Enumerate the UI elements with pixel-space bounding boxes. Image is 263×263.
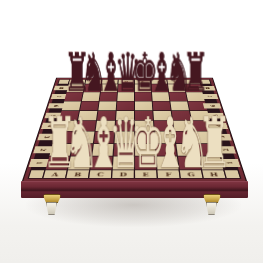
square-a1: ♜	[46, 156, 70, 169]
square-a5	[59, 111, 79, 121]
piece-white-queen-d1: ♛	[109, 115, 138, 172]
square-d3	[115, 132, 134, 143]
rank-label-right-5: 5	[205, 112, 225, 118]
square-b7	[82, 92, 100, 100]
clasp-left	[43, 194, 61, 218]
clasp-right-gold-plate-icon	[203, 194, 221, 203]
rank-label-right-2: 2	[214, 146, 236, 153]
square-d8: ♛	[118, 84, 134, 92]
piece-dark-rook-a8: ♜	[64, 51, 87, 95]
piece-white-bishop-c1: ♝	[87, 115, 116, 172]
square-g7	[169, 92, 187, 100]
frame-corner	[225, 170, 240, 178]
rank-label-left-1: 1	[28, 159, 51, 167]
square-g8: ♞	[168, 84, 185, 92]
square-d1: ♛	[113, 156, 134, 169]
square-e6	[135, 101, 152, 110]
square-c6	[98, 101, 116, 110]
piece-dark-bishop-c8: ♝	[98, 51, 121, 95]
file-label-near-g: G	[180, 170, 203, 178]
square-a8: ♜	[67, 84, 85, 92]
square-f4	[154, 121, 173, 131]
square-a7	[64, 92, 82, 100]
square-a3	[53, 132, 75, 143]
square-f2	[156, 143, 177, 155]
square-b8: ♞	[84, 84, 101, 92]
square-e7	[135, 92, 152, 100]
square-c1: ♝	[90, 156, 112, 169]
square-d5	[116, 111, 134, 121]
square-a4	[56, 121, 77, 131]
square-b1: ♞	[68, 156, 91, 169]
square-c7	[100, 92, 117, 100]
square-c2	[92, 143, 113, 155]
file-label-near-b: B	[66, 170, 89, 178]
file-label-far-d: D	[118, 80, 134, 84]
square-f1: ♝	[156, 156, 178, 169]
file-label-near-c: C	[89, 170, 111, 178]
square-d4	[115, 121, 134, 131]
file-label-far-h: H	[184, 80, 200, 84]
board-frame: ABCDEFGH8♜♞♝♛♚♝♞♜87766554433221♜♞♝♛♚♝♞♜1…	[22, 78, 248, 182]
square-e2	[135, 143, 155, 155]
square-b4	[76, 121, 96, 131]
file-label-far-a: A	[69, 80, 85, 84]
clasp-right	[203, 194, 221, 218]
file-label-near-e: E	[135, 170, 157, 178]
square-f3	[155, 132, 175, 143]
file-label-near-f: F	[157, 170, 179, 178]
square-f5	[153, 111, 172, 121]
square-d7	[117, 92, 134, 100]
square-e4	[135, 121, 154, 131]
square-b2	[71, 143, 93, 155]
rank-label-right-1: 1	[217, 159, 240, 167]
square-g4	[173, 121, 193, 131]
file-label-near-h: H	[202, 170, 225, 178]
square-b5	[78, 111, 97, 121]
frame-corner	[200, 80, 211, 84]
file-label-far-g: G	[167, 80, 183, 84]
square-f7	[152, 92, 169, 100]
rank-label-right-3: 3	[211, 134, 232, 141]
square-c5	[97, 111, 116, 121]
square-f8: ♝	[151, 84, 168, 92]
frame-corner	[29, 170, 44, 178]
square-c3	[94, 132, 114, 143]
square-e1: ♚	[135, 156, 156, 169]
square-g5	[172, 111, 191, 121]
square-g3	[175, 132, 196, 143]
square-c4	[96, 121, 115, 131]
piece-white-king-e1: ♚	[131, 115, 160, 172]
scene: ABCDEFGH8♜♞♝♛♚♝♞♜87766554433221♜♞♝♛♚♝♞♜1…	[0, 0, 263, 263]
square-g1: ♞	[178, 156, 201, 169]
square-d6	[117, 101, 134, 110]
square-e3	[135, 132, 154, 143]
clasp-left-loop-icon	[46, 202, 57, 215]
clasp-left-gold-plate-icon	[43, 194, 61, 203]
square-a6	[62, 101, 81, 110]
square-e8: ♚	[135, 84, 151, 92]
square-b6	[80, 101, 99, 110]
file-label-near-d: D	[112, 170, 134, 178]
square-d2	[114, 143, 134, 155]
piece-white-knight-b1: ♞	[64, 115, 93, 172]
file-label-far-f: F	[151, 80, 167, 84]
rank-label-right-8: 8	[198, 86, 216, 91]
square-a2	[50, 143, 73, 155]
square-c8: ♝	[101, 84, 118, 92]
square-e5	[135, 111, 153, 121]
clasp-right-loop-icon	[206, 202, 217, 215]
file-label-far-e: E	[135, 80, 151, 84]
piece-dark-knight-b8: ♞	[81, 51, 104, 95]
file-label-far-b: B	[85, 80, 101, 84]
piece-white-rook-a1: ♜	[42, 115, 71, 172]
rank-label-right-7: 7	[200, 94, 218, 99]
file-label-near-a: A	[43, 170, 66, 178]
file-label-far-c: C	[102, 80, 118, 84]
square-g6	[170, 101, 189, 110]
square-b3	[73, 132, 94, 143]
square-f6	[153, 101, 171, 110]
board-grid: ABCDEFGH8♜♞♝♛♚♝♞♜87766554433221♜♞♝♛♚♝♞♜1…	[28, 79, 242, 178]
square-g2	[176, 143, 198, 155]
piece-dark-queen-d8: ♛	[115, 51, 138, 95]
frame-corner	[58, 80, 69, 84]
